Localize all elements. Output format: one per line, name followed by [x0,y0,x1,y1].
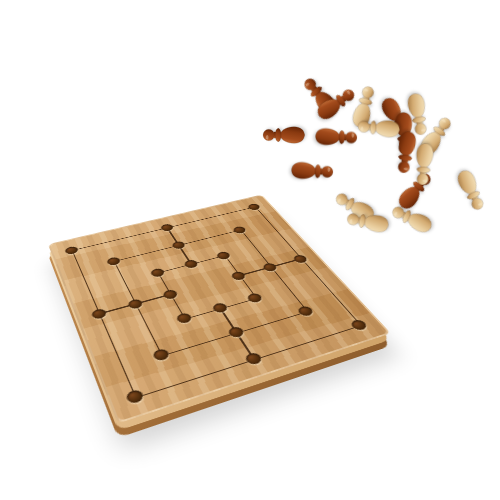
product-photo-scene [0,0,500,500]
light-peg-piece-14[interactable] [411,141,437,187]
dark-peg-piece-3[interactable] [262,124,306,146]
light-peg-piece-11[interactable] [356,115,402,141]
light-peg-piece-18[interactable] [452,165,491,214]
dark-peg-piece-5[interactable] [289,159,334,183]
scattered-pieces-layer [0,0,500,500]
dark-peg-piece-4[interactable] [314,125,359,149]
light-peg-piece-16[interactable] [344,207,391,236]
